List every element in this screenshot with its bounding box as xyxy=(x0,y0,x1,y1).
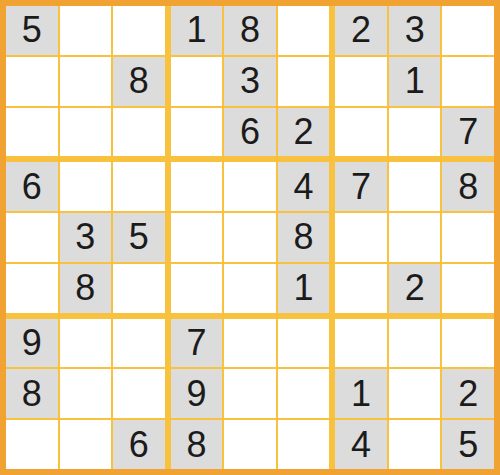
cell-r6c4[interactable] xyxy=(171,264,223,313)
cell-r3c4[interactable] xyxy=(171,108,223,157)
cell-r4c8[interactable] xyxy=(389,162,441,211)
cell-r3c1[interactable] xyxy=(6,108,58,157)
cell-r2c7[interactable] xyxy=(335,57,387,106)
box-2-2: 481 xyxy=(171,162,330,312)
digit: 7 xyxy=(351,169,371,205)
cell-r9c1[interactable] xyxy=(6,420,58,469)
cell-r8c7: 1 xyxy=(335,369,387,418)
cell-r4c4[interactable] xyxy=(171,162,223,211)
cell-r2c4[interactable] xyxy=(171,57,223,106)
cell-r3c3[interactable] xyxy=(113,108,165,157)
cell-r7c3[interactable] xyxy=(113,319,165,368)
cell-r8c9: 2 xyxy=(442,369,494,418)
cell-r8c5[interactable] xyxy=(224,369,276,418)
digit: 5 xyxy=(129,219,149,255)
box-1-3: 2317 xyxy=(335,6,494,156)
cell-r4c6: 4 xyxy=(278,162,330,211)
cell-r6c2: 8 xyxy=(60,264,112,313)
cell-r8c3[interactable] xyxy=(113,369,165,418)
cell-r7c1: 9 xyxy=(6,319,58,368)
cell-r4c2[interactable] xyxy=(60,162,112,211)
box-2-1: 6358 xyxy=(6,162,165,312)
cell-r2c6[interactable] xyxy=(278,57,330,106)
cell-r6c6: 1 xyxy=(278,264,330,313)
cell-r7c8[interactable] xyxy=(389,319,441,368)
cell-r6c1[interactable] xyxy=(6,264,58,313)
box-3-1: 986 xyxy=(6,319,165,469)
digit: 1 xyxy=(351,376,371,412)
cell-r8c8[interactable] xyxy=(389,369,441,418)
digit: 3 xyxy=(240,63,260,99)
cell-r2c5: 3 xyxy=(224,57,276,106)
cell-r3c6: 2 xyxy=(278,108,330,157)
digit: 8 xyxy=(458,169,478,205)
cell-r7c9[interactable] xyxy=(442,319,494,368)
digit: 1 xyxy=(294,270,314,306)
cell-r8c2[interactable] xyxy=(60,369,112,418)
cell-r5c1[interactable] xyxy=(6,213,58,262)
cell-r9c2[interactable] xyxy=(60,420,112,469)
cell-r8c4: 9 xyxy=(171,369,223,418)
digit: 7 xyxy=(458,114,478,150)
cell-r1c6[interactable] xyxy=(278,6,330,55)
digit: 5 xyxy=(22,12,42,48)
cell-r6c8: 2 xyxy=(389,264,441,313)
cell-r5c8[interactable] xyxy=(389,213,441,262)
cell-r2c8: 1 xyxy=(389,57,441,106)
digit: 6 xyxy=(129,427,149,463)
digit: 2 xyxy=(294,114,314,150)
digit: 3 xyxy=(75,219,95,255)
box-1-1: 58 xyxy=(6,6,165,156)
digit: 6 xyxy=(240,114,260,150)
box-1-2: 18362 xyxy=(171,6,330,156)
cell-r4c9: 8 xyxy=(442,162,494,211)
cell-r5c9[interactable] xyxy=(442,213,494,262)
digit: 8 xyxy=(129,63,149,99)
cell-r1c9[interactable] xyxy=(442,6,494,55)
digit: 3 xyxy=(405,12,425,48)
sudoku-board: 5818362231763584817829867981245 xyxy=(0,0,500,475)
cell-r5c7[interactable] xyxy=(335,213,387,262)
cell-r8c6[interactable] xyxy=(278,369,330,418)
cell-r9c9: 5 xyxy=(442,420,494,469)
cell-r7c2[interactable] xyxy=(60,319,112,368)
digit: 4 xyxy=(294,169,314,205)
cell-r2c2[interactable] xyxy=(60,57,112,106)
digit: 9 xyxy=(22,325,42,361)
cell-r1c1: 5 xyxy=(6,6,58,55)
cell-r4c7: 7 xyxy=(335,162,387,211)
cell-r4c3[interactable] xyxy=(113,162,165,211)
digit: 4 xyxy=(351,427,371,463)
cell-r7c6[interactable] xyxy=(278,319,330,368)
cell-r3c5: 6 xyxy=(224,108,276,157)
cell-r6c9[interactable] xyxy=(442,264,494,313)
cell-r2c3: 8 xyxy=(113,57,165,106)
cell-r2c9[interactable] xyxy=(442,57,494,106)
cell-r1c5: 8 xyxy=(224,6,276,55)
cell-r5c6: 8 xyxy=(278,213,330,262)
cell-r8c1: 8 xyxy=(6,369,58,418)
cell-r7c5[interactable] xyxy=(224,319,276,368)
cell-r5c5[interactable] xyxy=(224,213,276,262)
cell-r1c7: 2 xyxy=(335,6,387,55)
cell-r6c5[interactable] xyxy=(224,264,276,313)
digit: 8 xyxy=(75,270,95,306)
digit: 6 xyxy=(22,169,42,205)
cell-r1c4: 1 xyxy=(171,6,223,55)
cell-r3c9: 7 xyxy=(442,108,494,157)
cell-r7c4: 7 xyxy=(171,319,223,368)
cell-r9c4: 8 xyxy=(171,420,223,469)
digit: 9 xyxy=(186,376,206,412)
digit: 8 xyxy=(22,376,42,412)
cell-r5c2: 3 xyxy=(60,213,112,262)
digit: 8 xyxy=(186,427,206,463)
cell-r6c3[interactable] xyxy=(113,264,165,313)
cell-r2c1[interactable] xyxy=(6,57,58,106)
digit: 1 xyxy=(186,12,206,48)
digit: 7 xyxy=(186,325,206,361)
cell-r6c7[interactable] xyxy=(335,264,387,313)
cell-r1c3[interactable] xyxy=(113,6,165,55)
cell-r4c1: 6 xyxy=(6,162,58,211)
cell-r9c6[interactable] xyxy=(278,420,330,469)
cell-r7c7[interactable] xyxy=(335,319,387,368)
cell-r5c3: 5 xyxy=(113,213,165,262)
digit: 1 xyxy=(405,63,425,99)
digit: 5 xyxy=(458,427,478,463)
box-3-2: 798 xyxy=(171,319,330,469)
cell-r1c8: 3 xyxy=(389,6,441,55)
cell-r3c7[interactable] xyxy=(335,108,387,157)
cell-r4c5[interactable] xyxy=(224,162,276,211)
digit: 2 xyxy=(458,376,478,412)
cell-r9c5[interactable] xyxy=(224,420,276,469)
cell-r9c8[interactable] xyxy=(389,420,441,469)
cell-r3c8[interactable] xyxy=(389,108,441,157)
box-3-3: 1245 xyxy=(335,319,494,469)
cell-r5c4[interactable] xyxy=(171,213,223,262)
digit: 8 xyxy=(240,12,260,48)
digit: 2 xyxy=(351,12,371,48)
cell-r1c2[interactable] xyxy=(60,6,112,55)
digit: 8 xyxy=(294,219,314,255)
cell-r3c2[interactable] xyxy=(60,108,112,157)
cell-r9c7: 4 xyxy=(335,420,387,469)
box-2-3: 782 xyxy=(335,162,494,312)
cell-r9c3: 6 xyxy=(113,420,165,469)
digit: 2 xyxy=(405,270,425,306)
